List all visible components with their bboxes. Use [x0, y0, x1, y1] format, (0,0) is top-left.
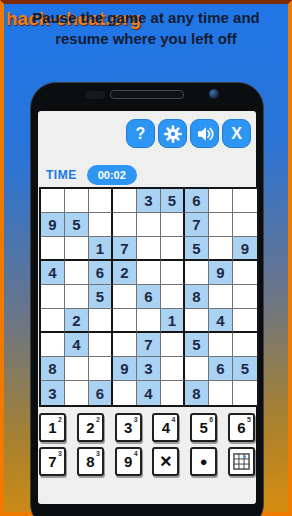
cell-r9c8[interactable] — [209, 381, 233, 405]
close-button[interactable]: X — [222, 119, 251, 148]
digit-count-badge: 3 — [134, 416, 138, 423]
digit-count-badge: 6 — [209, 416, 213, 423]
cell-r6c8[interactable]: 4 — [209, 309, 233, 333]
sudoku-board: 35695717594629568214475893653648 — [39, 187, 259, 407]
digit-count-badge: 3 — [96, 450, 100, 457]
cell-r5c9[interactable] — [233, 285, 257, 309]
pad-6[interactable]: 65 — [228, 413, 255, 442]
cell-r8c6[interactable] — [161, 357, 185, 381]
cell-r9c2[interactable] — [65, 381, 89, 405]
cell-r4c7[interactable] — [185, 261, 209, 285]
cell-r7c6[interactable] — [161, 333, 185, 357]
pad-3[interactable]: 33 — [115, 413, 142, 442]
cell-r1c7[interactable]: 6 — [185, 189, 209, 213]
cell-r1c9[interactable] — [233, 189, 257, 213]
help-button[interactable]: ? — [126, 119, 155, 148]
cell-r7c1[interactable] — [41, 333, 65, 357]
timer: TIME 00:02 — [46, 165, 137, 185]
cell-r8c2[interactable] — [65, 357, 89, 381]
cell-r4c1[interactable]: 4 — [41, 261, 65, 285]
erase-icon: × — [160, 451, 172, 471]
cell-r6c1[interactable] — [41, 309, 65, 333]
pad-digit: 9 — [124, 454, 132, 469]
cell-r2c4[interactable] — [113, 213, 137, 237]
cell-r1c2[interactable] — [65, 189, 89, 213]
cell-r7c7[interactable]: 5 — [185, 333, 209, 357]
proximity-sensor — [85, 91, 105, 99]
pad-5[interactable]: 56 — [190, 413, 217, 442]
cell-r3c2[interactable] — [65, 237, 89, 261]
pad-digit: 1 — [48, 420, 56, 435]
pad-row: 738394×● — [39, 447, 255, 476]
cell-r4c9[interactable] — [233, 261, 257, 285]
earpiece-speaker — [110, 90, 184, 99]
cell-r1c5[interactable]: 3 — [137, 189, 161, 213]
pad-1[interactable]: 12 — [39, 413, 66, 442]
pencil-mode-button[interactable]: ● — [190, 447, 217, 476]
cell-r5c4[interactable] — [113, 285, 137, 309]
sound-button[interactable] — [190, 119, 219, 148]
phone-frame: ? — [30, 82, 264, 516]
cell-r3c6[interactable] — [161, 237, 185, 261]
cell-r4c6[interactable] — [161, 261, 185, 285]
pad-8[interactable]: 83 — [77, 447, 104, 476]
page-title: Pause the game at any time and resume wh… — [9, 7, 283, 49]
screenshot-root: hack-cheat.org Pause the game at any tim… — [0, 0, 292, 516]
cell-r2c2[interactable]: 5 — [65, 213, 89, 237]
cell-r6c2[interactable]: 2 — [65, 309, 89, 333]
cell-r6c5[interactable] — [137, 309, 161, 333]
front-camera — [209, 89, 219, 99]
cell-r5c5[interactable]: 6 — [137, 285, 161, 309]
cell-r2c9[interactable] — [233, 213, 257, 237]
app-screen: ? — [38, 111, 256, 504]
pad-4[interactable]: 44 — [152, 413, 179, 442]
cell-r9c7[interactable]: 8 — [185, 381, 209, 405]
cell-r2c1[interactable]: 9 — [41, 213, 65, 237]
pad-digit: 3 — [124, 420, 132, 435]
digit-count-badge: 2 — [58, 416, 62, 423]
cell-r5c1[interactable] — [41, 285, 65, 309]
help-icon: ? — [136, 125, 146, 143]
digit-count-badge: 4 — [171, 416, 175, 423]
pad-digit: 7 — [48, 454, 56, 469]
cell-r2c8[interactable] — [209, 213, 233, 237]
cell-r1c4[interactable] — [113, 189, 137, 213]
pad-7[interactable]: 73 — [39, 447, 66, 476]
pad-digit: 6 — [237, 420, 245, 435]
pad-digit: 2 — [86, 420, 94, 435]
cell-r3c7[interactable]: 5 — [185, 237, 209, 261]
cell-r3c1[interactable] — [41, 237, 65, 261]
pad-2[interactable]: 22 — [77, 413, 104, 442]
digit-count-badge: 3 — [58, 450, 62, 457]
cell-r3c3[interactable]: 1 — [89, 237, 113, 261]
time-value-badge: 00:02 — [87, 165, 137, 185]
pad-digit: 4 — [162, 420, 170, 435]
cell-r3c4[interactable]: 7 — [113, 237, 137, 261]
cell-r6c7[interactable] — [185, 309, 209, 333]
gear-icon — [163, 124, 183, 144]
cell-r3c9[interactable]: 9 — [233, 237, 257, 261]
grid-icon — [233, 453, 250, 470]
cell-r8c9[interactable]: 5 — [233, 357, 257, 381]
cell-r7c4[interactable] — [113, 333, 137, 357]
toolbar: ? — [126, 119, 251, 148]
cell-r6c4[interactable] — [113, 309, 137, 333]
digit-count-badge: 2 — [96, 416, 100, 423]
cell-r8c8[interactable]: 6 — [209, 357, 233, 381]
erase-button[interactable]: × — [152, 447, 179, 476]
pad-digit: 5 — [200, 420, 208, 435]
cell-r7c2[interactable]: 4 — [65, 333, 89, 357]
pad-9[interactable]: 94 — [115, 447, 142, 476]
cell-r9c6[interactable] — [161, 381, 185, 405]
cell-r6c9[interactable] — [233, 309, 257, 333]
cell-r1c8[interactable] — [209, 189, 233, 213]
cell-r7c5[interactable]: 7 — [137, 333, 161, 357]
pad-row: 122233445665 — [39, 413, 255, 442]
notes-grid-button[interactable] — [228, 447, 255, 476]
time-label: TIME — [46, 168, 77, 182]
cell-r5c6[interactable] — [161, 285, 185, 309]
cell-r8c1[interactable]: 8 — [41, 357, 65, 381]
cell-r9c1[interactable]: 3 — [41, 381, 65, 405]
cell-r1c6[interactable]: 5 — [161, 189, 185, 213]
cell-r6c3[interactable] — [89, 309, 113, 333]
cell-r8c4[interactable]: 9 — [113, 357, 137, 381]
cell-r1c1[interactable] — [41, 189, 65, 213]
cell-r2c6[interactable] — [161, 213, 185, 237]
cell-r7c9[interactable] — [233, 333, 257, 357]
speaker-icon — [195, 124, 215, 144]
pad-digit: 8 — [86, 454, 94, 469]
cell-r7c8[interactable] — [209, 333, 233, 357]
cell-r4c8[interactable]: 9 — [209, 261, 233, 285]
digit-count-badge: 4 — [134, 450, 138, 457]
cell-r4c3[interactable]: 6 — [89, 261, 113, 285]
cell-r2c3[interactable] — [89, 213, 113, 237]
cell-r9c5[interactable]: 4 — [137, 381, 161, 405]
cell-r9c4[interactable] — [113, 381, 137, 405]
cell-r4c5[interactable] — [137, 261, 161, 285]
cell-r1c3[interactable] — [89, 189, 113, 213]
cell-r4c2[interactable] — [65, 261, 89, 285]
cell-r8c7[interactable] — [185, 357, 209, 381]
cell-r3c5[interactable] — [137, 237, 161, 261]
dot-icon: ● — [200, 455, 208, 468]
cell-r7c3[interactable] — [89, 333, 113, 357]
number-pad: 122233445665738394×● — [39, 413, 255, 481]
cell-r8c3[interactable] — [89, 357, 113, 381]
cell-r2c5[interactable] — [137, 213, 161, 237]
cell-r4c4[interactable]: 2 — [113, 261, 137, 285]
cell-r5c2[interactable] — [65, 285, 89, 309]
cell-r6c6[interactable]: 1 — [161, 309, 185, 333]
cell-r3c8[interactable] — [209, 237, 233, 261]
cell-r8c5[interactable]: 3 — [137, 357, 161, 381]
cell-r5c3[interactable]: 5 — [89, 285, 113, 309]
cell-r5c7[interactable]: 8 — [185, 285, 209, 309]
settings-button[interactable] — [158, 119, 187, 148]
digit-count-badge: 5 — [247, 416, 251, 423]
cell-r9c3[interactable]: 6 — [89, 381, 113, 405]
cell-r2c7[interactable]: 7 — [185, 213, 209, 237]
cell-r5c8[interactable] — [209, 285, 233, 309]
close-icon: X — [231, 125, 242, 143]
